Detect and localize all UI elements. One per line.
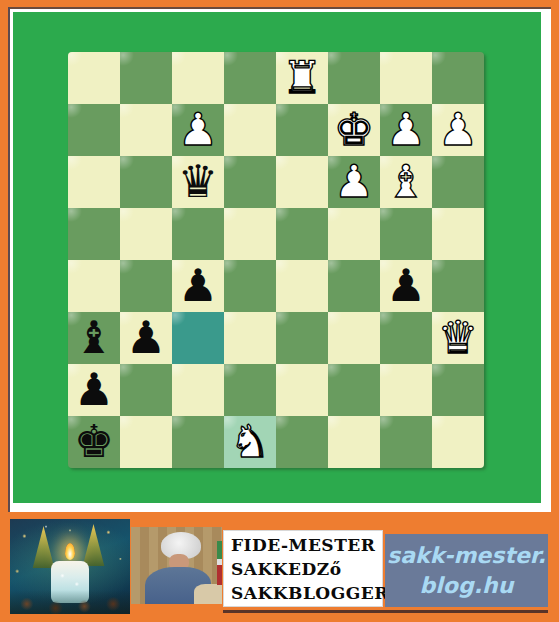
square-g7[interactable]: ♟ bbox=[380, 104, 432, 156]
square-d3[interactable] bbox=[224, 312, 276, 364]
chess-coach-photo bbox=[131, 527, 222, 604]
banner-title-line3: SAKKBLOGGER bbox=[231, 581, 382, 605]
square-g8[interactable] bbox=[380, 52, 432, 104]
banner-title-line1: FIDE-MESTER bbox=[231, 533, 382, 557]
square-a3[interactable]: ♝ bbox=[68, 312, 120, 364]
black-pawn[interactable]: ♟ bbox=[178, 260, 218, 312]
chess-board[interactable]: ♜♟♚♟♟♛♟♝♟♟♝♟♛♟♚♞ bbox=[68, 52, 484, 468]
christmas-tree-icon bbox=[30, 526, 57, 568]
square-c4[interactable]: ♟ bbox=[172, 260, 224, 312]
square-g6[interactable]: ♝ bbox=[380, 156, 432, 208]
white-bishop[interactable]: ♝ bbox=[386, 156, 426, 208]
black-pawn[interactable]: ♟ bbox=[126, 312, 166, 364]
square-e1[interactable] bbox=[276, 416, 328, 468]
square-e2[interactable] bbox=[276, 364, 328, 416]
square-h2[interactable] bbox=[432, 364, 484, 416]
square-h7[interactable]: ♟ bbox=[432, 104, 484, 156]
christmas-candle-photo bbox=[10, 519, 130, 614]
square-c1[interactable] bbox=[172, 416, 224, 468]
photo-flag-strip bbox=[217, 541, 222, 585]
square-a1[interactable]: ♚ bbox=[68, 416, 120, 468]
white-pawn[interactable]: ♟ bbox=[438, 104, 478, 156]
banner-shadow-line bbox=[223, 610, 548, 613]
square-d6[interactable] bbox=[224, 156, 276, 208]
square-b8[interactable] bbox=[120, 52, 172, 104]
square-h8[interactable] bbox=[432, 52, 484, 104]
square-e8[interactable]: ♜ bbox=[276, 52, 328, 104]
square-c8[interactable] bbox=[172, 52, 224, 104]
square-b1[interactable] bbox=[120, 416, 172, 468]
blog-url-line1[interactable]: sakk-mester. bbox=[387, 541, 546, 571]
square-a5[interactable] bbox=[68, 208, 120, 260]
square-e3[interactable] bbox=[276, 312, 328, 364]
banner-title-line2: SAKKEDZő bbox=[231, 557, 382, 581]
black-king[interactable]: ♚ bbox=[74, 416, 114, 468]
white-pawn[interactable]: ♟ bbox=[178, 104, 218, 156]
square-c7[interactable]: ♟ bbox=[172, 104, 224, 156]
blog-url-box[interactable]: sakk-mester. blog.hu bbox=[385, 534, 548, 607]
square-b2[interactable] bbox=[120, 364, 172, 416]
square-e6[interactable] bbox=[276, 156, 328, 208]
white-king[interactable]: ♚ bbox=[334, 104, 374, 156]
square-f4[interactable] bbox=[328, 260, 380, 312]
square-b5[interactable] bbox=[120, 208, 172, 260]
black-pawn[interactable]: ♟ bbox=[74, 364, 114, 416]
christmas-tree-icon bbox=[80, 524, 107, 566]
pine-cones bbox=[10, 590, 130, 614]
square-b6[interactable] bbox=[120, 156, 172, 208]
square-b3[interactable]: ♟ bbox=[120, 312, 172, 364]
square-c2[interactable] bbox=[172, 364, 224, 416]
black-queen[interactable]: ♛ bbox=[178, 156, 218, 208]
square-d8[interactable] bbox=[224, 52, 276, 104]
square-d1[interactable]: ♞ bbox=[224, 416, 276, 468]
square-a2[interactable]: ♟ bbox=[68, 364, 120, 416]
square-f5[interactable] bbox=[328, 208, 380, 260]
black-pawn[interactable]: ♟ bbox=[386, 260, 426, 312]
square-f2[interactable] bbox=[328, 364, 380, 416]
square-c6[interactable]: ♛ bbox=[172, 156, 224, 208]
white-knight[interactable]: ♞ bbox=[230, 416, 270, 468]
square-h4[interactable] bbox=[432, 260, 484, 312]
square-d5[interactable] bbox=[224, 208, 276, 260]
white-pawn[interactable]: ♟ bbox=[386, 104, 426, 156]
square-c3[interactable] bbox=[172, 312, 224, 364]
square-g2[interactable] bbox=[380, 364, 432, 416]
candle-flame-icon bbox=[65, 543, 75, 560]
square-d4[interactable] bbox=[224, 260, 276, 312]
blog-url-line2[interactable]: blog.hu bbox=[420, 571, 514, 601]
square-g3[interactable] bbox=[380, 312, 432, 364]
square-a6[interactable] bbox=[68, 156, 120, 208]
square-c5[interactable] bbox=[172, 208, 224, 260]
square-g4[interactable]: ♟ bbox=[380, 260, 432, 312]
banner-title-box: FIDE-MESTER SAKKEDZő SAKKBLOGGER bbox=[223, 530, 383, 607]
page: ♜♟♚♟♟♛♟♝♟♟♝♟♛♟♚♞ FIDE-MESTER SAKKEDZő SA… bbox=[0, 0, 559, 622]
square-g5[interactable] bbox=[380, 208, 432, 260]
square-g1[interactable] bbox=[380, 416, 432, 468]
square-h6[interactable] bbox=[432, 156, 484, 208]
black-bishop[interactable]: ♝ bbox=[74, 312, 114, 364]
square-e7[interactable] bbox=[276, 104, 328, 156]
square-d7[interactable] bbox=[224, 104, 276, 156]
square-f7[interactable]: ♚ bbox=[328, 104, 380, 156]
square-b7[interactable] bbox=[120, 104, 172, 156]
square-e4[interactable] bbox=[276, 260, 328, 312]
square-h3[interactable]: ♛ bbox=[432, 312, 484, 364]
square-f3[interactable] bbox=[328, 312, 380, 364]
square-h1[interactable] bbox=[432, 416, 484, 468]
square-f1[interactable] bbox=[328, 416, 380, 468]
square-a4[interactable] bbox=[68, 260, 120, 312]
square-a8[interactable] bbox=[68, 52, 120, 104]
square-a7[interactable] bbox=[68, 104, 120, 156]
square-e5[interactable] bbox=[276, 208, 328, 260]
square-f6[interactable]: ♟ bbox=[328, 156, 380, 208]
square-b4[interactable] bbox=[120, 260, 172, 312]
white-rook[interactable]: ♜ bbox=[282, 52, 322, 104]
white-pawn[interactable]: ♟ bbox=[334, 156, 374, 208]
square-h5[interactable] bbox=[432, 208, 484, 260]
white-queen[interactable]: ♛ bbox=[438, 312, 478, 364]
square-f8[interactable] bbox=[328, 52, 380, 104]
photo-table bbox=[194, 584, 222, 604]
square-d2[interactable] bbox=[224, 364, 276, 416]
